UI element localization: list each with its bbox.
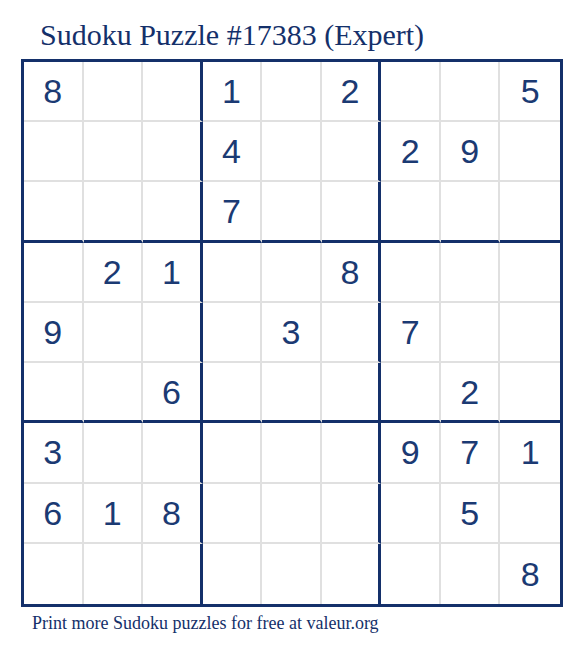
cell-r2c6 [322, 122, 382, 182]
cell-r4c7 [381, 243, 441, 303]
cell-r7c4 [203, 423, 263, 483]
cell-r4c5 [262, 243, 322, 303]
page-title: Sudoku Puzzle #17383 (Expert) [40, 18, 424, 52]
cell-r8c5 [262, 484, 322, 544]
cell-r5c6 [322, 303, 382, 363]
cell-r4c1 [24, 243, 84, 303]
cell-r3c6 [322, 182, 382, 242]
sudoku-grid: 8125429721893762397161858 [21, 59, 563, 607]
cell-r5c1: 9 [24, 303, 84, 363]
cell-r5c2 [84, 303, 144, 363]
cell-r7c1: 3 [24, 423, 84, 483]
cell-r3c8 [441, 182, 501, 242]
cell-r8c6 [322, 484, 382, 544]
cell-r4c3: 1 [143, 243, 203, 303]
cell-r1c3 [143, 62, 203, 122]
cell-r7c2 [84, 423, 144, 483]
cell-r4c8 [441, 243, 501, 303]
cell-r5c9 [500, 303, 560, 363]
cell-r1c6: 2 [322, 62, 382, 122]
cell-r2c2 [84, 122, 144, 182]
cell-r3c2 [84, 182, 144, 242]
cell-r5c3 [143, 303, 203, 363]
cell-r8c9 [500, 484, 560, 544]
cell-r3c1 [24, 182, 84, 242]
cell-r2c4: 4 [203, 122, 263, 182]
cell-r2c8: 9 [441, 122, 501, 182]
cell-r6c9 [500, 363, 560, 423]
footer-note: Print more Sudoku puzzles for free at va… [32, 613, 379, 634]
cell-r7c5 [262, 423, 322, 483]
cell-r8c3: 8 [143, 484, 203, 544]
cell-r1c9: 5 [500, 62, 560, 122]
cell-r2c7: 2 [381, 122, 441, 182]
cell-r9c2 [84, 544, 144, 604]
cell-r5c7: 7 [381, 303, 441, 363]
cell-r3c9 [500, 182, 560, 242]
cell-r7c3 [143, 423, 203, 483]
cell-r9c7 [381, 544, 441, 604]
cell-r1c7 [381, 62, 441, 122]
cell-r4c4 [203, 243, 263, 303]
cell-r7c7: 9 [381, 423, 441, 483]
cell-r2c9 [500, 122, 560, 182]
cell-r3c3 [143, 182, 203, 242]
cell-r5c4 [203, 303, 263, 363]
cell-r4c9 [500, 243, 560, 303]
cell-r3c5 [262, 182, 322, 242]
cell-r8c8: 5 [441, 484, 501, 544]
cell-r3c4: 7 [203, 182, 263, 242]
cell-r9c4 [203, 544, 263, 604]
cell-r5c5: 3 [262, 303, 322, 363]
cell-r6c2 [84, 363, 144, 423]
cell-r1c5 [262, 62, 322, 122]
cell-r6c3: 6 [143, 363, 203, 423]
cell-r1c1: 8 [24, 62, 84, 122]
cell-r1c8 [441, 62, 501, 122]
cell-r9c1 [24, 544, 84, 604]
cell-r8c1: 6 [24, 484, 84, 544]
cell-r9c9: 8 [500, 544, 560, 604]
cell-r3c7 [381, 182, 441, 242]
cell-r9c6 [322, 544, 382, 604]
cell-r2c1 [24, 122, 84, 182]
cell-r6c4 [203, 363, 263, 423]
cell-r4c2: 2 [84, 243, 144, 303]
cell-r9c3 [143, 544, 203, 604]
cell-r6c8: 2 [441, 363, 501, 423]
cell-r7c8: 7 [441, 423, 501, 483]
cell-r1c2 [84, 62, 144, 122]
sudoku-page: Sudoku Puzzle #17383 (Expert) 8125429721… [0, 0, 580, 651]
cell-r9c8 [441, 544, 501, 604]
cell-r4c6: 8 [322, 243, 382, 303]
cell-r9c5 [262, 544, 322, 604]
cell-r8c2: 1 [84, 484, 144, 544]
cell-r7c6 [322, 423, 382, 483]
cell-r2c5 [262, 122, 322, 182]
cell-r6c5 [262, 363, 322, 423]
cell-r5c8 [441, 303, 501, 363]
cell-r8c7 [381, 484, 441, 544]
cell-r6c1 [24, 363, 84, 423]
cell-r8c4 [203, 484, 263, 544]
cell-r7c9: 1 [500, 423, 560, 483]
cell-r1c4: 1 [203, 62, 263, 122]
cell-r6c6 [322, 363, 382, 423]
cell-r6c7 [381, 363, 441, 423]
cell-r2c3 [143, 122, 203, 182]
